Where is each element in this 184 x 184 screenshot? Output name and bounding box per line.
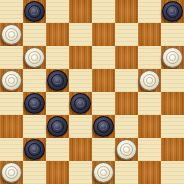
square-e7[interactable] <box>92 23 115 46</box>
square-h6[interactable] <box>161 46 184 69</box>
square-f4[interactable] <box>115 92 138 115</box>
white-man-a7[interactable] <box>1 24 22 45</box>
white-man-f2[interactable] <box>116 139 137 160</box>
square-e2 <box>92 138 115 161</box>
square-g1[interactable] <box>138 161 161 184</box>
square-h8[interactable] <box>161 0 184 23</box>
square-e6 <box>92 46 115 69</box>
square-c1[interactable] <box>46 161 69 184</box>
square-d2[interactable] <box>69 138 92 161</box>
black-man-b4[interactable] <box>24 93 45 114</box>
square-f7 <box>115 23 138 46</box>
square-f5 <box>115 69 138 92</box>
square-c5[interactable] <box>46 69 69 92</box>
square-e4 <box>92 92 115 115</box>
square-d3 <box>69 115 92 138</box>
square-b4[interactable] <box>23 92 46 115</box>
square-f8[interactable] <box>115 0 138 23</box>
square-e1[interactable] <box>92 161 115 184</box>
square-d8[interactable] <box>69 0 92 23</box>
square-c4 <box>46 92 69 115</box>
square-a4 <box>0 92 23 115</box>
white-man-h6[interactable] <box>162 47 183 68</box>
square-g2 <box>138 138 161 161</box>
black-man-d4[interactable] <box>70 93 91 114</box>
square-d5 <box>69 69 92 92</box>
black-man-e3[interactable] <box>93 116 114 137</box>
square-c8 <box>46 0 69 23</box>
square-e3[interactable] <box>92 115 115 138</box>
square-c6 <box>46 46 69 69</box>
white-man-e1[interactable] <box>93 162 114 183</box>
checkers-board <box>0 0 184 184</box>
square-b6[interactable] <box>23 46 46 69</box>
square-g6 <box>138 46 161 69</box>
square-f1 <box>115 161 138 184</box>
square-a2 <box>0 138 23 161</box>
square-d4[interactable] <box>69 92 92 115</box>
black-man-c3[interactable] <box>47 116 68 137</box>
white-man-b6[interactable] <box>24 47 45 68</box>
square-e5[interactable] <box>92 69 115 92</box>
square-b8[interactable] <box>23 0 46 23</box>
white-man-a1[interactable] <box>1 162 22 183</box>
square-g8 <box>138 0 161 23</box>
square-a3[interactable] <box>0 115 23 138</box>
square-a6 <box>0 46 23 69</box>
square-h5 <box>161 69 184 92</box>
square-c3[interactable] <box>46 115 69 138</box>
square-g5[interactable] <box>138 69 161 92</box>
square-f2[interactable] <box>115 138 138 161</box>
black-man-h8[interactable] <box>162 1 183 22</box>
square-b1 <box>23 161 46 184</box>
square-b7 <box>23 23 46 46</box>
black-man-b2[interactable] <box>24 139 45 160</box>
black-man-c5[interactable] <box>47 70 68 91</box>
square-g3[interactable] <box>138 115 161 138</box>
square-a8 <box>0 0 23 23</box>
square-h4[interactable] <box>161 92 184 115</box>
white-man-g5[interactable] <box>139 70 160 91</box>
square-b5 <box>23 69 46 92</box>
square-g4 <box>138 92 161 115</box>
square-d6[interactable] <box>69 46 92 69</box>
square-c7[interactable] <box>46 23 69 46</box>
square-b3 <box>23 115 46 138</box>
square-a5[interactable] <box>0 69 23 92</box>
square-h7 <box>161 23 184 46</box>
square-h1 <box>161 161 184 184</box>
square-c2 <box>46 138 69 161</box>
square-g7[interactable] <box>138 23 161 46</box>
square-d7 <box>69 23 92 46</box>
black-man-b8[interactable] <box>24 1 45 22</box>
square-a1[interactable] <box>0 161 23 184</box>
square-d1 <box>69 161 92 184</box>
square-f6[interactable] <box>115 46 138 69</box>
square-a7[interactable] <box>0 23 23 46</box>
square-b2[interactable] <box>23 138 46 161</box>
white-man-a5[interactable] <box>1 70 22 91</box>
square-e8 <box>92 0 115 23</box>
square-h2[interactable] <box>161 138 184 161</box>
square-f3 <box>115 115 138 138</box>
square-h3 <box>161 115 184 138</box>
